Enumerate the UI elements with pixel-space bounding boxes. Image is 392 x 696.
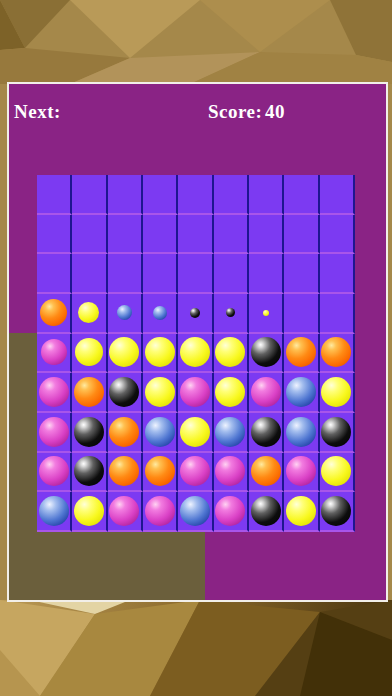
- cell-r4c5[interactable]: [178, 294, 213, 334]
- ball-magenta[interactable]: [180, 377, 210, 407]
- cell-r1c9[interactable]: [320, 175, 355, 215]
- cell-r2c6[interactable]: [214, 215, 249, 255]
- cell-r2c7[interactable]: [249, 215, 284, 255]
- cell-r3c1[interactable]: [37, 254, 72, 294]
- ball-magenta[interactable]: [215, 496, 245, 526]
- cell-r4c9[interactable]: [320, 294, 355, 334]
- cell-r9c3[interactable]: [108, 492, 143, 532]
- cell-r5c4[interactable]: [143, 334, 178, 374]
- ball-blue[interactable]: [153, 306, 167, 320]
- cell-r3c2[interactable]: [72, 254, 107, 294]
- ball-black[interactable]: [251, 337, 281, 367]
- ball-magenta[interactable]: [145, 496, 175, 526]
- cell-r8c6[interactable]: [214, 453, 249, 493]
- cell-r5c6[interactable]: [214, 334, 249, 374]
- ball-magenta[interactable]: [215, 456, 245, 486]
- ball-yellow[interactable]: [74, 496, 104, 526]
- ball-orange[interactable]: [109, 456, 139, 486]
- ball-orange[interactable]: [286, 337, 316, 367]
- cell-r9c4[interactable]: [143, 492, 178, 532]
- ball-blue[interactable]: [215, 417, 245, 447]
- cell-r4c4[interactable]: [143, 294, 178, 334]
- cell-r7c2[interactable]: [72, 413, 107, 453]
- ball-blue[interactable]: [39, 496, 69, 526]
- cell-r2c3[interactable]: [108, 215, 143, 255]
- ball-yellow[interactable]: [215, 377, 245, 407]
- ball-black[interactable]: [226, 308, 235, 317]
- ball-magenta[interactable]: [41, 339, 67, 365]
- ball-yellow[interactable]: [78, 302, 99, 323]
- cell-r8c1[interactable]: [37, 453, 72, 493]
- cell-r3c6[interactable]: [214, 254, 249, 294]
- ball-yellow[interactable]: [321, 456, 351, 486]
- cell-r1c6[interactable]: [214, 175, 249, 215]
- cell-r8c5[interactable]: [178, 453, 213, 493]
- cell-r6c9[interactable]: [320, 373, 355, 413]
- cell-r1c3[interactable]: [108, 175, 143, 215]
- cell-r1c8[interactable]: [284, 175, 319, 215]
- ball-yellow[interactable]: [263, 310, 269, 316]
- cell-r9c1[interactable]: [37, 492, 72, 532]
- cell-r2c1[interactable]: [37, 215, 72, 255]
- ball-magenta[interactable]: [180, 456, 210, 486]
- cell-r1c2[interactable]: [72, 175, 107, 215]
- ball-black[interactable]: [74, 417, 104, 447]
- cell-r3c8[interactable]: [284, 254, 319, 294]
- ball-black[interactable]: [251, 496, 281, 526]
- cell-r3c9[interactable]: [320, 254, 355, 294]
- cell-r7c7[interactable]: [249, 413, 284, 453]
- cell-r7c3[interactable]: [108, 413, 143, 453]
- ball-yellow[interactable]: [180, 337, 210, 367]
- cell-r2c9[interactable]: [320, 215, 355, 255]
- ball-yellow[interactable]: [145, 337, 175, 367]
- ball-magenta[interactable]: [39, 377, 69, 407]
- ball-black[interactable]: [251, 417, 281, 447]
- cell-r7c9[interactable]: [320, 413, 355, 453]
- cell-r4c6[interactable]: [214, 294, 249, 334]
- ball-yellow[interactable]: [180, 417, 210, 447]
- cell-r2c2[interactable]: [72, 215, 107, 255]
- cell-r4c3[interactable]: [108, 294, 143, 334]
- game-board: [37, 175, 355, 532]
- ball-orange[interactable]: [74, 377, 104, 407]
- cell-r1c5[interactable]: [178, 175, 213, 215]
- ball-yellow[interactable]: [109, 337, 139, 367]
- cell-r9c6[interactable]: [214, 492, 249, 532]
- game-panel: Next: Score: 40: [7, 82, 388, 602]
- cell-r6c5[interactable]: [178, 373, 213, 413]
- cell-r1c7[interactable]: [249, 175, 284, 215]
- ball-blue[interactable]: [145, 417, 175, 447]
- ball-yellow[interactable]: [286, 496, 316, 526]
- cell-r7c1[interactable]: [37, 413, 72, 453]
- cell-r5c1[interactable]: [37, 334, 72, 374]
- cell-r6c3[interactable]: [108, 373, 143, 413]
- cell-r7c5[interactable]: [178, 413, 213, 453]
- cell-r7c4[interactable]: [143, 413, 178, 453]
- ball-blue[interactable]: [286, 417, 316, 447]
- cell-r5c8[interactable]: [284, 334, 319, 374]
- ball-magenta[interactable]: [286, 456, 316, 486]
- ball-black[interactable]: [321, 417, 351, 447]
- cell-r6c7[interactable]: [249, 373, 284, 413]
- cell-r9c9[interactable]: [320, 492, 355, 532]
- ball-orange[interactable]: [40, 299, 67, 326]
- cell-r2c8[interactable]: [284, 215, 319, 255]
- ball-yellow[interactable]: [145, 377, 175, 407]
- cell-r8c8[interactable]: [284, 453, 319, 493]
- cell-r9c5[interactable]: [178, 492, 213, 532]
- ball-orange[interactable]: [251, 456, 281, 486]
- ball-yellow[interactable]: [75, 338, 103, 366]
- cell-r6c6[interactable]: [214, 373, 249, 413]
- ball-orange[interactable]: [109, 417, 139, 447]
- cell-r8c2[interactable]: [72, 453, 107, 493]
- next-label: Next:: [14, 101, 61, 123]
- cell-r6c4[interactable]: [143, 373, 178, 413]
- cell-r3c7[interactable]: [249, 254, 284, 294]
- cell-r9c8[interactable]: [284, 492, 319, 532]
- cell-r4c7[interactable]: [249, 294, 284, 334]
- cell-r6c1[interactable]: [37, 373, 72, 413]
- cell-r8c4[interactable]: [143, 453, 178, 493]
- cell-r9c7[interactable]: [249, 492, 284, 532]
- cell-r7c8[interactable]: [284, 413, 319, 453]
- cell-r9c2[interactable]: [72, 492, 107, 532]
- score-value: 40: [265, 101, 285, 123]
- cell-r1c1[interactable]: [37, 175, 72, 215]
- cell-r8c3[interactable]: [108, 453, 143, 493]
- cell-r5c2[interactable]: [72, 334, 107, 374]
- cell-r3c4[interactable]: [143, 254, 178, 294]
- ball-blue[interactable]: [117, 305, 132, 320]
- ball-orange[interactable]: [321, 337, 351, 367]
- cell-r5c9[interactable]: [320, 334, 355, 374]
- cell-r5c7[interactable]: [249, 334, 284, 374]
- cell-r5c3[interactable]: [108, 334, 143, 374]
- score-label: Score:: [208, 101, 262, 123]
- cell-r3c3[interactable]: [108, 254, 143, 294]
- ball-black[interactable]: [190, 308, 200, 318]
- ball-orange[interactable]: [145, 456, 175, 486]
- cell-r8c7[interactable]: [249, 453, 284, 493]
- ball-yellow[interactable]: [215, 337, 245, 367]
- ball-black[interactable]: [74, 456, 104, 486]
- cell-r2c4[interactable]: [143, 215, 178, 255]
- ball-magenta[interactable]: [39, 417, 69, 447]
- cell-r1c4[interactable]: [143, 175, 178, 215]
- ball-blue[interactable]: [180, 496, 210, 526]
- cell-r2c5[interactable]: [178, 215, 213, 255]
- cell-r4c8[interactable]: [284, 294, 319, 334]
- cell-r4c2[interactable]: [72, 294, 107, 334]
- ball-black[interactable]: [321, 496, 351, 526]
- ball-yellow[interactable]: [321, 377, 351, 407]
- cell-r5c5[interactable]: [178, 334, 213, 374]
- ball-black[interactable]: [109, 377, 139, 407]
- ball-magenta[interactable]: [39, 456, 69, 486]
- cell-r7c6[interactable]: [214, 413, 249, 453]
- cell-r4c1[interactable]: [37, 294, 72, 334]
- cell-r6c2[interactable]: [72, 373, 107, 413]
- cell-r6c8[interactable]: [284, 373, 319, 413]
- ball-magenta[interactable]: [109, 496, 139, 526]
- ball-blue[interactable]: [286, 377, 316, 407]
- cell-r8c9[interactable]: [320, 453, 355, 493]
- cell-r3c5[interactable]: [178, 254, 213, 294]
- ball-magenta[interactable]: [251, 377, 281, 407]
